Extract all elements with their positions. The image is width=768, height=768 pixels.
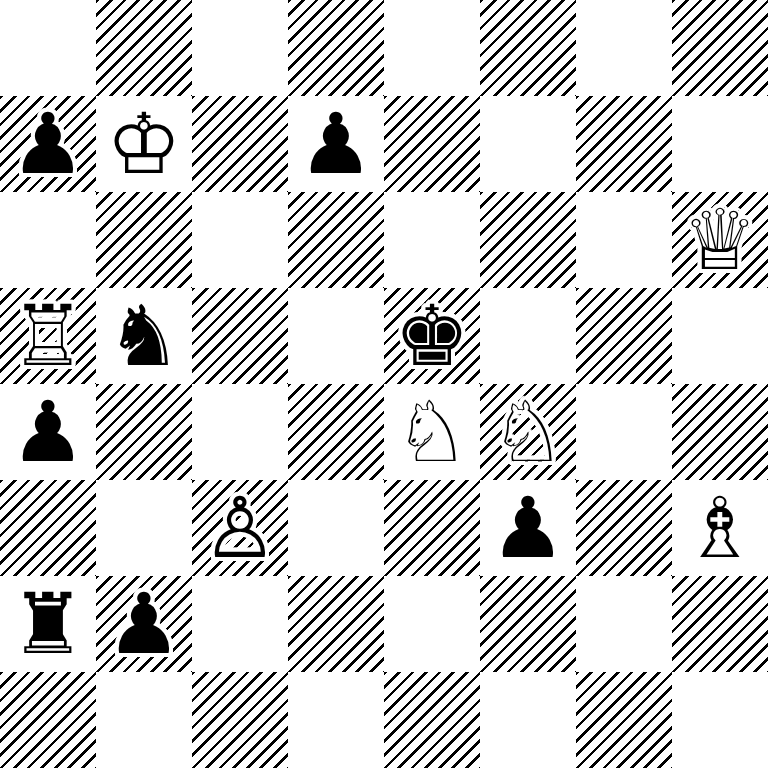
square-c1[interactable] [192,672,288,768]
black-pawn: ♟ [490,480,565,576]
square-f2[interactable] [480,576,576,672]
square-b6[interactable] [96,192,192,288]
square-b5[interactable]: ♞ [96,288,192,384]
white-bishop: ♗ [682,480,757,576]
square-g2[interactable] [576,576,672,672]
square-g6[interactable] [576,192,672,288]
square-e8[interactable] [384,0,480,96]
square-a5[interactable]: ♖ [0,288,96,384]
square-e5[interactable]: ♚ [384,288,480,384]
square-d8[interactable] [288,0,384,96]
square-e4[interactable]: ♘ [384,384,480,480]
square-f6[interactable] [480,192,576,288]
square-d5[interactable] [288,288,384,384]
square-g5[interactable] [576,288,672,384]
square-e3[interactable] [384,480,480,576]
square-e7[interactable] [384,96,480,192]
black-king: ♚ [394,288,469,384]
square-g1[interactable] [576,672,672,768]
square-b3[interactable] [96,480,192,576]
square-h1[interactable] [672,672,768,768]
square-e1[interactable] [384,672,480,768]
square-d1[interactable] [288,672,384,768]
square-d7[interactable]: ♟ [288,96,384,192]
square-f1[interactable] [480,672,576,768]
square-c2[interactable] [192,576,288,672]
square-f4[interactable]: ♘ [480,384,576,480]
square-c7[interactable] [192,96,288,192]
square-a7[interactable]: ♟ [0,96,96,192]
square-a4[interactable]: ♟ [0,384,96,480]
square-d3[interactable] [288,480,384,576]
square-e2[interactable] [384,576,480,672]
square-g7[interactable] [576,96,672,192]
square-h7[interactable] [672,96,768,192]
square-d2[interactable] [288,576,384,672]
white-pawn: ♙ [202,480,277,576]
square-g4[interactable] [576,384,672,480]
chess-board: ♟♔♟♕♖♞♚♟♘♘♙♟♗♜♟ [0,0,768,768]
black-knight: ♞ [106,288,181,384]
square-c3[interactable]: ♙ [192,480,288,576]
square-h3[interactable]: ♗ [672,480,768,576]
white-queen: ♕ [682,192,757,288]
black-pawn: ♟ [106,576,181,672]
square-c4[interactable] [192,384,288,480]
square-d4[interactable] [288,384,384,480]
square-d6[interactable] [288,192,384,288]
square-f8[interactable] [480,0,576,96]
square-b2[interactable]: ♟ [96,576,192,672]
square-h8[interactable] [672,0,768,96]
square-f3[interactable]: ♟ [480,480,576,576]
black-pawn: ♟ [298,96,373,192]
square-g3[interactable] [576,480,672,576]
square-h2[interactable] [672,576,768,672]
square-h4[interactable] [672,384,768,480]
square-a6[interactable] [0,192,96,288]
square-a2[interactable]: ♜ [0,576,96,672]
black-pawn: ♟ [10,384,85,480]
square-b4[interactable] [96,384,192,480]
square-h6[interactable]: ♕ [672,192,768,288]
square-g8[interactable] [576,0,672,96]
square-e6[interactable] [384,192,480,288]
square-f7[interactable] [480,96,576,192]
square-h5[interactable] [672,288,768,384]
square-c6[interactable] [192,192,288,288]
square-c8[interactable] [192,0,288,96]
square-a3[interactable] [0,480,96,576]
square-f5[interactable] [480,288,576,384]
white-knight: ♘ [490,384,565,480]
white-rook: ♖ [10,288,85,384]
square-c5[interactable] [192,288,288,384]
square-b7[interactable]: ♔ [96,96,192,192]
square-b1[interactable] [96,672,192,768]
white-knight: ♘ [394,384,469,480]
square-a1[interactable] [0,672,96,768]
square-a8[interactable] [0,0,96,96]
square-b8[interactable] [96,0,192,96]
black-rook: ♜ [10,576,85,672]
black-pawn: ♟ [10,96,85,192]
white-king: ♔ [106,96,181,192]
